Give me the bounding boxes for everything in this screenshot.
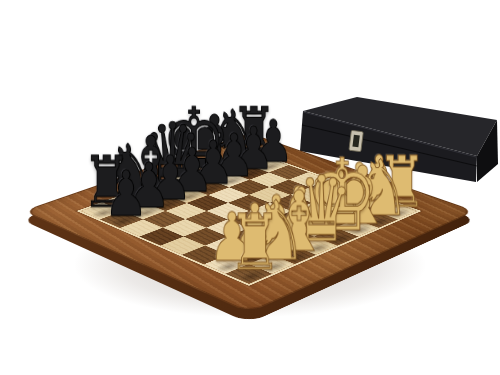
chess-set-product-photo: ♜♞♝♛♚♝♞♜♟♟♟♟♟♟♟♟♟♟♟♟♟♟♟♟♜♞♝♛♚♝♞♜ <box>0 0 500 375</box>
piece-white-rook-a1: ♜ <box>195 211 315 276</box>
piece-black-pawn-a7: ♟ <box>71 168 182 221</box>
square-a1: ♜ <box>226 264 272 284</box>
